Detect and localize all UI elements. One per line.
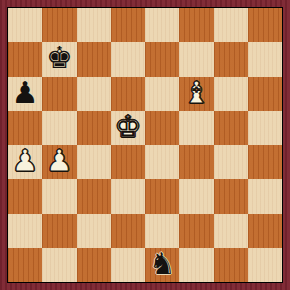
square-h4[interactable] <box>248 145 282 179</box>
piece-black-pawn[interactable]: ♟ <box>12 78 39 108</box>
square-e4[interactable] <box>145 145 179 179</box>
chess-board: ♚♟♝♚♟♟♞ <box>7 7 283 283</box>
square-a7[interactable] <box>8 42 42 76</box>
square-b4[interactable]: ♟ <box>42 145 76 179</box>
square-c3[interactable] <box>77 179 111 213</box>
square-g4[interactable] <box>214 145 248 179</box>
square-a5[interactable] <box>8 111 42 145</box>
square-a8[interactable] <box>8 8 42 42</box>
square-b5[interactable] <box>42 111 76 145</box>
square-e6[interactable] <box>145 77 179 111</box>
square-g7[interactable] <box>214 42 248 76</box>
square-e8[interactable] <box>145 8 179 42</box>
square-b7[interactable]: ♚ <box>42 42 76 76</box>
square-e5[interactable] <box>145 111 179 145</box>
chess-board-frame: ♚♟♝♚♟♟♞ <box>0 0 290 290</box>
piece-black-king[interactable]: ♚ <box>46 43 73 73</box>
square-b6[interactable] <box>42 77 76 111</box>
square-b8[interactable] <box>42 8 76 42</box>
square-f2[interactable] <box>179 214 213 248</box>
square-b2[interactable] <box>42 214 76 248</box>
square-h2[interactable] <box>248 214 282 248</box>
square-f4[interactable] <box>179 145 213 179</box>
square-h1[interactable] <box>248 248 282 282</box>
square-d8[interactable] <box>111 8 145 42</box>
square-c8[interactable] <box>77 8 111 42</box>
piece-white-pawn[interactable]: ♟ <box>12 146 39 176</box>
square-f6[interactable]: ♝ <box>179 77 213 111</box>
square-c6[interactable] <box>77 77 111 111</box>
square-g2[interactable] <box>214 214 248 248</box>
square-g6[interactable] <box>214 77 248 111</box>
square-g1[interactable] <box>214 248 248 282</box>
square-c1[interactable] <box>77 248 111 282</box>
piece-black-knight[interactable]: ♞ <box>149 249 176 279</box>
square-h6[interactable] <box>248 77 282 111</box>
square-d1[interactable] <box>111 248 145 282</box>
square-f5[interactable] <box>179 111 213 145</box>
square-a4[interactable]: ♟ <box>8 145 42 179</box>
square-d4[interactable] <box>111 145 145 179</box>
square-b3[interactable] <box>42 179 76 213</box>
square-d6[interactable] <box>111 77 145 111</box>
square-f7[interactable] <box>179 42 213 76</box>
square-f8[interactable] <box>179 8 213 42</box>
square-e7[interactable] <box>145 42 179 76</box>
square-g5[interactable] <box>214 111 248 145</box>
square-a6[interactable]: ♟ <box>8 77 42 111</box>
square-b1[interactable] <box>42 248 76 282</box>
square-e3[interactable] <box>145 179 179 213</box>
square-h3[interactable] <box>248 179 282 213</box>
square-a3[interactable] <box>8 179 42 213</box>
square-d7[interactable] <box>111 42 145 76</box>
square-e2[interactable] <box>145 214 179 248</box>
square-h8[interactable] <box>248 8 282 42</box>
square-f3[interactable] <box>179 179 213 213</box>
square-c5[interactable] <box>77 111 111 145</box>
piece-white-pawn[interactable]: ♟ <box>46 146 73 176</box>
square-g8[interactable] <box>214 8 248 42</box>
square-d3[interactable] <box>111 179 145 213</box>
square-g3[interactable] <box>214 179 248 213</box>
square-d5[interactable]: ♚ <box>111 111 145 145</box>
square-c7[interactable] <box>77 42 111 76</box>
square-h5[interactable] <box>248 111 282 145</box>
square-f1[interactable] <box>179 248 213 282</box>
square-c4[interactable] <box>77 145 111 179</box>
square-d2[interactable] <box>111 214 145 248</box>
square-h7[interactable] <box>248 42 282 76</box>
square-a2[interactable] <box>8 214 42 248</box>
square-e1[interactable]: ♞ <box>145 248 179 282</box>
piece-white-king[interactable]: ♚ <box>114 112 141 142</box>
square-a1[interactable] <box>8 248 42 282</box>
piece-white-bishop[interactable]: ♝ <box>183 78 210 108</box>
square-c2[interactable] <box>77 214 111 248</box>
